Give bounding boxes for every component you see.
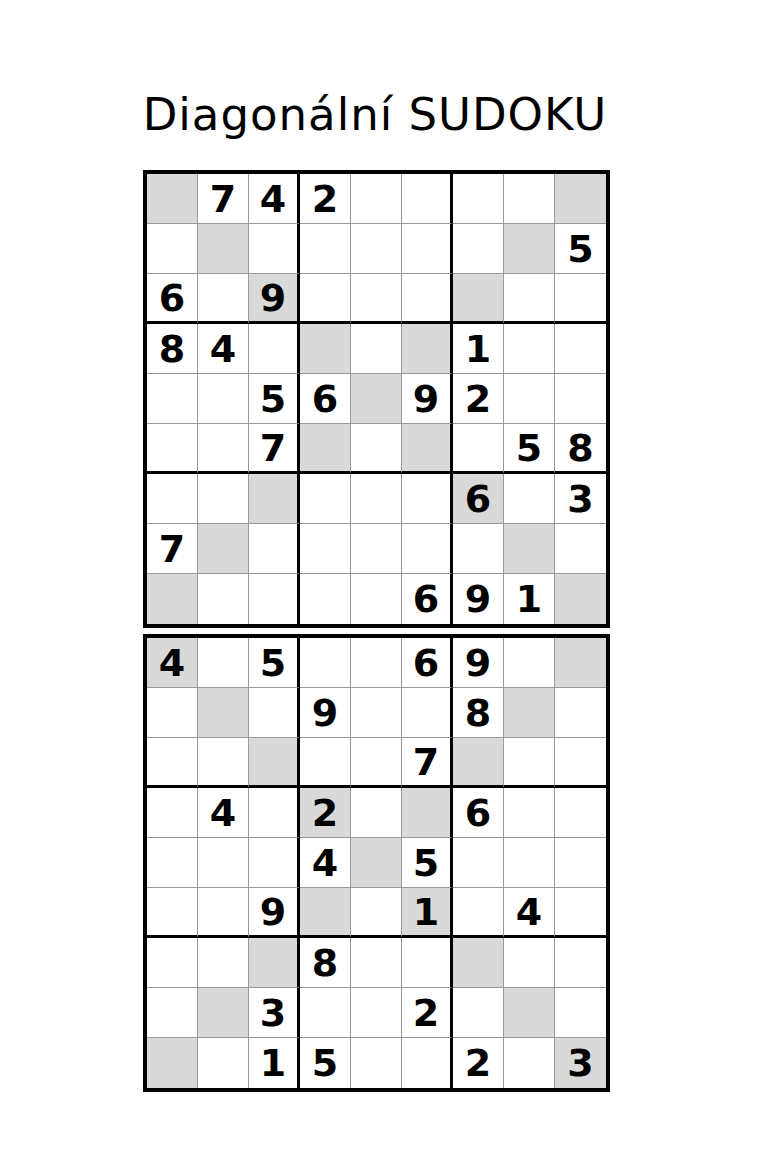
puzzle-2-cell-r8c8[interactable] bbox=[504, 988, 555, 1038]
puzzle-1-cell-r1c7[interactable] bbox=[453, 174, 504, 224]
puzzle-1-cell-r9c8[interactable]: 1 bbox=[504, 574, 555, 624]
puzzle-1-cell-r6c8[interactable]: 5 bbox=[504, 424, 555, 474]
puzzle-1-cell-r1c4[interactable]: 2 bbox=[300, 174, 351, 224]
puzzle-2-cell-r5c9[interactable] bbox=[555, 838, 606, 888]
puzzle-1-cell-r9c7[interactable]: 9 bbox=[453, 574, 504, 624]
puzzle-1-cell-r3c4[interactable] bbox=[300, 274, 351, 324]
puzzle-2-cell-r5c4[interactable]: 4 bbox=[300, 838, 351, 888]
puzzle-1-cell-r1c9[interactable] bbox=[555, 174, 606, 224]
page-title: Diagonální SUDOKU bbox=[123, 88, 627, 141]
puzzle-2-cell-r6c8[interactable]: 4 bbox=[504, 888, 555, 938]
puzzle-1-cell-r1c3[interactable]: 4 bbox=[249, 174, 300, 224]
puzzle-2-cell-r2c6[interactable] bbox=[402, 688, 453, 738]
puzzle-2-cell-r6c4[interactable] bbox=[300, 888, 351, 938]
puzzle-1-cell-r6c3[interactable]: 7 bbox=[249, 424, 300, 474]
puzzle-2-cell-r3c4[interactable] bbox=[300, 738, 351, 788]
puzzle-2-cell-r7c4[interactable]: 8 bbox=[300, 938, 351, 988]
puzzle-1-cell-r5c3[interactable]: 5 bbox=[249, 374, 300, 424]
puzzle-1-cell-r5c8[interactable] bbox=[504, 374, 555, 424]
puzzle-2-cell-r2c4[interactable]: 9 bbox=[300, 688, 351, 738]
puzzle-1-cell-r2c5[interactable] bbox=[351, 224, 402, 274]
puzzle-1-cell-r9c3[interactable] bbox=[249, 574, 300, 624]
puzzle-2-cell-r6c2[interactable] bbox=[198, 888, 249, 938]
puzzle-2-cell-r8c6[interactable]: 2 bbox=[402, 988, 453, 1038]
puzzle-2-cell-r3c1[interactable] bbox=[147, 738, 198, 788]
puzzle-2-cell-r7c2[interactable] bbox=[198, 938, 249, 988]
puzzle-1-cell-r4c9[interactable] bbox=[555, 324, 606, 374]
puzzle-2-cell-r2c9[interactable] bbox=[555, 688, 606, 738]
puzzle-2-cell-r4c1[interactable] bbox=[147, 788, 198, 838]
puzzle-1-cell-r4c6[interactable] bbox=[402, 324, 453, 374]
puzzle-2-cell-r3c6[interactable]: 7 bbox=[402, 738, 453, 788]
puzzle-2-cell-r6c1[interactable] bbox=[147, 888, 198, 938]
puzzle-1-cell-r7c8[interactable] bbox=[504, 474, 555, 524]
puzzle-1-cell-r4c7[interactable]: 1 bbox=[453, 324, 504, 374]
puzzle-2-cell-r2c5[interactable] bbox=[351, 688, 402, 738]
puzzle-1-cell-r6c2[interactable] bbox=[198, 424, 249, 474]
puzzle-1-cell-r9c9[interactable] bbox=[555, 574, 606, 624]
puzzle-2-cell-r1c2[interactable] bbox=[198, 638, 249, 688]
puzzle-2-cell-r6c9[interactable] bbox=[555, 888, 606, 938]
puzzle-1-cell-r6c1[interactable] bbox=[147, 424, 198, 474]
puzzle-1-cell-r5c2[interactable] bbox=[198, 374, 249, 424]
puzzle-1-cell-r5c4[interactable]: 6 bbox=[300, 374, 351, 424]
puzzle-1-cell-r5c6[interactable]: 9 bbox=[402, 374, 453, 424]
puzzle-2-cell-r7c1[interactable] bbox=[147, 938, 198, 988]
puzzle-1-cell-r7c5[interactable] bbox=[351, 474, 402, 524]
puzzle-1-cell-r2c7[interactable] bbox=[453, 224, 504, 274]
puzzle-2-cell-r6c3[interactable]: 9 bbox=[249, 888, 300, 938]
puzzle-1-cell-r2c8[interactable] bbox=[504, 224, 555, 274]
puzzle-1-cell-r6c4[interactable] bbox=[300, 424, 351, 474]
puzzle-2-cell-r9c2[interactable] bbox=[198, 1038, 249, 1088]
puzzle-2-cell-r7c6[interactable] bbox=[402, 938, 453, 988]
puzzle-2-cell-r9c9[interactable]: 3 bbox=[555, 1038, 606, 1088]
puzzle-1-cell-r9c6[interactable]: 6 bbox=[402, 574, 453, 624]
puzzle-2-cell-r4c5[interactable] bbox=[351, 788, 402, 838]
puzzle-2-cell-r9c1[interactable] bbox=[147, 1038, 198, 1088]
puzzle-1-cell-r3c5[interactable] bbox=[351, 274, 402, 324]
puzzle-1-cell-r1c2[interactable]: 7 bbox=[198, 174, 249, 224]
puzzle-1-cell-r2c2[interactable] bbox=[198, 224, 249, 274]
puzzle-1-cell-r7c3[interactable] bbox=[249, 474, 300, 524]
puzzle-2-cell-r4c2[interactable]: 4 bbox=[198, 788, 249, 838]
puzzle-1-cell-r4c5[interactable] bbox=[351, 324, 402, 374]
puzzle-2-cell-r2c1[interactable] bbox=[147, 688, 198, 738]
puzzle-1-cell-r4c2[interactable]: 4 bbox=[198, 324, 249, 374]
puzzle-2-cell-r3c5[interactable] bbox=[351, 738, 402, 788]
puzzle-2-cell-r8c5[interactable] bbox=[351, 988, 402, 1038]
puzzle-2-cell-r7c8[interactable] bbox=[504, 938, 555, 988]
puzzle-1-cell-r4c8[interactable] bbox=[504, 324, 555, 374]
puzzle-2-cell-r9c3[interactable]: 1 bbox=[249, 1038, 300, 1088]
puzzle-2-cell-r6c7[interactable] bbox=[453, 888, 504, 938]
puzzle-1-cell-r1c8[interactable] bbox=[504, 174, 555, 224]
puzzle-2-cell-r8c1[interactable] bbox=[147, 988, 198, 1038]
puzzle-1-cell-r5c9[interactable] bbox=[555, 374, 606, 424]
puzzle-2-cell-r9c7[interactable]: 2 bbox=[453, 1038, 504, 1088]
puzzle-2-cell-r1c6[interactable]: 6 bbox=[402, 638, 453, 688]
puzzle-2-cell-r7c9[interactable] bbox=[555, 938, 606, 988]
puzzle-1-cell-r2c3[interactable] bbox=[249, 224, 300, 274]
puzzle-2-cell-r4c7[interactable]: 6 bbox=[453, 788, 504, 838]
puzzle-1-cell-r9c5[interactable] bbox=[351, 574, 402, 624]
puzzle-2-cell-r2c8[interactable] bbox=[504, 688, 555, 738]
puzzle-1-cell-r7c1[interactable] bbox=[147, 474, 198, 524]
puzzle-1-cell-r1c5[interactable] bbox=[351, 174, 402, 224]
puzzle-2-cell-r1c1[interactable]: 4 bbox=[147, 638, 198, 688]
puzzle-2-cell-r7c7[interactable] bbox=[453, 938, 504, 988]
puzzle-2-cell-r1c9[interactable] bbox=[555, 638, 606, 688]
puzzle-1-cell-r2c4[interactable] bbox=[300, 224, 351, 274]
puzzle-2-cell-r4c8[interactable] bbox=[504, 788, 555, 838]
puzzle-1-cell-r8c4[interactable] bbox=[300, 524, 351, 574]
puzzle-2-cell-r2c3[interactable] bbox=[249, 688, 300, 738]
puzzle-1-cell-r3c9[interactable] bbox=[555, 274, 606, 324]
puzzle-1-cell-r3c7[interactable] bbox=[453, 274, 504, 324]
puzzle-1-cell-r5c5[interactable] bbox=[351, 374, 402, 424]
puzzle-1-cell-r8c2[interactable] bbox=[198, 524, 249, 574]
puzzle-1-cell-r4c4[interactable] bbox=[300, 324, 351, 374]
puzzle-1-cell-r5c1[interactable] bbox=[147, 374, 198, 424]
puzzle-1-cell-r7c9[interactable]: 3 bbox=[555, 474, 606, 524]
puzzle-2-cell-r1c3[interactable]: 5 bbox=[249, 638, 300, 688]
puzzle-2-cell-r1c5[interactable] bbox=[351, 638, 402, 688]
page: Diagonální SUDOKU 7425698415692758637691… bbox=[0, 0, 768, 1165]
puzzle-2-cell-r1c8[interactable] bbox=[504, 638, 555, 688]
puzzle-2-cell-r9c6[interactable] bbox=[402, 1038, 453, 1088]
puzzle-1-cell-r9c2[interactable] bbox=[198, 574, 249, 624]
puzzle-1-cell-r1c1[interactable] bbox=[147, 174, 198, 224]
puzzle-1-board: 7425698415692758637691 bbox=[143, 170, 610, 628]
puzzle-1-cell-r3c8[interactable] bbox=[504, 274, 555, 324]
puzzle-2-cell-r4c9[interactable] bbox=[555, 788, 606, 838]
puzzle-2-cell-r9c8[interactable] bbox=[504, 1038, 555, 1088]
puzzle-1-cell-r2c9[interactable]: 5 bbox=[555, 224, 606, 274]
puzzle-1-cell-r4c3[interactable] bbox=[249, 324, 300, 374]
puzzle-2-board: 4569987426459148321523 bbox=[143, 634, 610, 1092]
puzzle-1-cell-r8c5[interactable] bbox=[351, 524, 402, 574]
puzzle-1-cell-r8c7[interactable] bbox=[453, 524, 504, 574]
puzzle-2-cell-r9c5[interactable] bbox=[351, 1038, 402, 1088]
puzzle-1-cell-r1c6[interactable] bbox=[402, 174, 453, 224]
puzzle-2-cell-r6c5[interactable] bbox=[351, 888, 402, 938]
puzzle-2-cell-r8c4[interactable] bbox=[300, 988, 351, 1038]
puzzle-1-cell-r9c1[interactable] bbox=[147, 574, 198, 624]
puzzle-2-cell-r4c6[interactable] bbox=[402, 788, 453, 838]
puzzle-2-cell-r7c3[interactable] bbox=[249, 938, 300, 988]
puzzle-2-cell-r5c1[interactable] bbox=[147, 838, 198, 888]
puzzle-2-cell-r2c7[interactable]: 8 bbox=[453, 688, 504, 738]
puzzle-2-cell-r6c6[interactable]: 1 bbox=[402, 888, 453, 938]
puzzle-2-cell-r3c2[interactable] bbox=[198, 738, 249, 788]
puzzle-1-cell-r6c7[interactable] bbox=[453, 424, 504, 474]
puzzle-2-cell-r3c3[interactable] bbox=[249, 738, 300, 788]
puzzle-1-cell-r8c6[interactable] bbox=[402, 524, 453, 574]
puzzle-2-cell-r5c7[interactable] bbox=[453, 838, 504, 888]
puzzle-2-cell-r3c7[interactable] bbox=[453, 738, 504, 788]
puzzle-2-cell-r5c5[interactable] bbox=[351, 838, 402, 888]
puzzle-1-cell-r9c4[interactable] bbox=[300, 574, 351, 624]
puzzle-2-cell-r3c9[interactable] bbox=[555, 738, 606, 788]
puzzle-1-cell-r6c9[interactable]: 8 bbox=[555, 424, 606, 474]
puzzle-2-cell-r5c6[interactable]: 5 bbox=[402, 838, 453, 888]
puzzle-1-cell-r2c1[interactable] bbox=[147, 224, 198, 274]
puzzle-1-cell-r5c7[interactable]: 2 bbox=[453, 374, 504, 424]
puzzle-2-cell-r4c3[interactable] bbox=[249, 788, 300, 838]
puzzle-1-cell-r3c2[interactable] bbox=[198, 274, 249, 324]
puzzle-2-cell-r2c2[interactable] bbox=[198, 688, 249, 738]
puzzle-2-cell-r8c9[interactable] bbox=[555, 988, 606, 1038]
puzzle-1-cell-r7c7[interactable]: 6 bbox=[453, 474, 504, 524]
puzzle-1-cell-r6c6[interactable] bbox=[402, 424, 453, 474]
puzzle-2-cell-r5c2[interactable] bbox=[198, 838, 249, 888]
puzzle-2-cell-r8c7[interactable] bbox=[453, 988, 504, 1038]
puzzle-1-cell-r4c1[interactable]: 8 bbox=[147, 324, 198, 374]
puzzle-2-cell-r8c3[interactable]: 3 bbox=[249, 988, 300, 1038]
puzzle-1-cell-r8c8[interactable] bbox=[504, 524, 555, 574]
puzzle-2-cell-r3c8[interactable] bbox=[504, 738, 555, 788]
puzzle-1-cell-r8c3[interactable] bbox=[249, 524, 300, 574]
puzzle-2-cell-r5c3[interactable] bbox=[249, 838, 300, 888]
puzzle-1-cell-r3c1[interactable]: 6 bbox=[147, 274, 198, 324]
puzzle-2-cell-r1c4[interactable] bbox=[300, 638, 351, 688]
puzzle-2-cell-r1c7[interactable]: 9 bbox=[453, 638, 504, 688]
puzzle-1-cell-r3c6[interactable] bbox=[402, 274, 453, 324]
puzzle-1-cell-r7c6[interactable] bbox=[402, 474, 453, 524]
puzzle-1-cell-r7c4[interactable] bbox=[300, 474, 351, 524]
puzzle-1-cell-r6c5[interactable] bbox=[351, 424, 402, 474]
puzzle-2-cell-r8c2[interactable] bbox=[198, 988, 249, 1038]
puzzle-1-cell-r7c2[interactable] bbox=[198, 474, 249, 524]
puzzle-1-cell-r8c1[interactable]: 7 bbox=[147, 524, 198, 574]
puzzle-2-cell-r5c8[interactable] bbox=[504, 838, 555, 888]
puzzle-1-cell-r2c6[interactable] bbox=[402, 224, 453, 274]
puzzle-2-cell-r7c5[interactable] bbox=[351, 938, 402, 988]
puzzle-2-cell-r4c4[interactable]: 2 bbox=[300, 788, 351, 838]
puzzle-1-cell-r3c3[interactable]: 9 bbox=[249, 274, 300, 324]
puzzle-2-cell-r9c4[interactable]: 5 bbox=[300, 1038, 351, 1088]
puzzle-1-cell-r8c9[interactable] bbox=[555, 524, 606, 574]
